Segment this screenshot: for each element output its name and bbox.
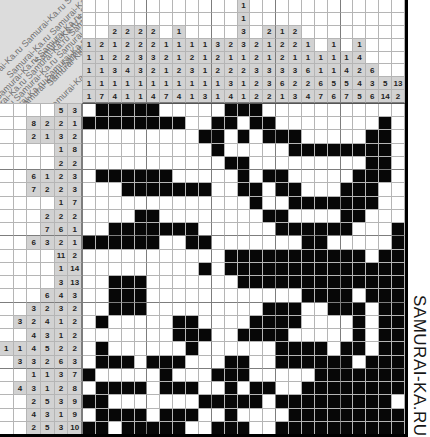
grid-cell[interactable] <box>341 130 354 143</box>
grid-cell[interactable] <box>160 104 173 117</box>
grid-cell[interactable] <box>109 316 122 329</box>
grid-cell[interactable] <box>263 104 276 117</box>
grid-cell[interactable] <box>96 329 109 342</box>
grid-cell[interactable] <box>147 223 160 236</box>
grid-cell[interactable] <box>379 157 392 170</box>
grid-cell[interactable] <box>96 117 109 130</box>
grid-cell[interactable] <box>353 263 366 276</box>
grid-cell[interactable] <box>328 422 341 435</box>
grid-cell[interactable] <box>379 276 392 289</box>
grid-cell[interactable] <box>96 250 109 263</box>
grid-cell[interactable] <box>122 303 135 316</box>
grid-cell[interactable] <box>212 130 225 143</box>
grid-cell[interactable] <box>199 210 212 223</box>
grid-cell[interactable] <box>147 395 160 408</box>
grid-cell[interactable] <box>315 104 328 117</box>
grid-cell[interactable] <box>315 197 328 210</box>
grid-cell[interactable] <box>379 197 392 210</box>
grid-cell[interactable] <box>341 144 354 157</box>
grid-cell[interactable] <box>186 395 199 408</box>
grid-cell[interactable] <box>238 170 251 183</box>
grid-cell[interactable] <box>160 356 173 369</box>
grid-cell[interactable] <box>379 144 392 157</box>
grid-cell[interactable] <box>276 356 289 369</box>
grid-cell[interactable] <box>238 183 251 196</box>
grid-cell[interactable] <box>147 369 160 382</box>
grid-cell[interactable] <box>366 157 379 170</box>
grid-cell[interactable] <box>122 329 135 342</box>
grid-cell[interactable] <box>122 104 135 117</box>
grid-cell[interactable] <box>315 342 328 355</box>
grid-cell[interactable] <box>238 329 251 342</box>
grid-cell[interactable] <box>83 197 96 210</box>
grid-cell[interactable] <box>366 422 379 435</box>
grid-cell[interactable] <box>96 303 109 316</box>
grid-cell[interactable] <box>83 409 96 422</box>
grid-cell[interactable] <box>392 303 405 316</box>
grid-cell[interactable] <box>289 170 302 183</box>
grid-cell[interactable] <box>83 250 96 263</box>
grid-cell[interactable] <box>302 303 315 316</box>
grid-cell[interactable] <box>366 342 379 355</box>
grid-cell[interactable] <box>147 236 160 249</box>
grid-cell[interactable] <box>328 356 341 369</box>
grid-cell[interactable] <box>289 382 302 395</box>
grid-cell[interactable] <box>109 422 122 435</box>
grid-cell[interactable] <box>302 356 315 369</box>
grid-cell[interactable] <box>109 130 122 143</box>
grid-cell[interactable] <box>135 263 148 276</box>
grid-cell[interactable] <box>341 342 354 355</box>
grid-cell[interactable] <box>379 382 392 395</box>
grid-cell[interactable] <box>186 303 199 316</box>
grid-cell[interactable] <box>83 276 96 289</box>
grid-cell[interactable] <box>366 369 379 382</box>
grid-cell[interactable] <box>212 289 225 302</box>
grid-cell[interactable] <box>238 210 251 223</box>
grid-cell[interactable] <box>341 276 354 289</box>
grid-cell[interactable] <box>238 422 251 435</box>
grid-cell[interactable] <box>250 183 263 196</box>
grid-cell[interactable] <box>263 329 276 342</box>
grid-cell[interactable] <box>225 369 238 382</box>
grid-cell[interactable] <box>212 395 225 408</box>
grid-cell[interactable] <box>392 197 405 210</box>
grid-cell[interactable] <box>238 263 251 276</box>
grid-cell[interactable] <box>289 250 302 263</box>
grid-cell[interactable] <box>122 117 135 130</box>
grid-cell[interactable] <box>289 356 302 369</box>
grid-cell[interactable] <box>109 263 122 276</box>
grid-cell[interactable] <box>135 144 148 157</box>
grid-cell[interactable] <box>173 117 186 130</box>
grid-cell[interactable] <box>147 276 160 289</box>
grid-cell[interactable] <box>96 356 109 369</box>
grid-cell[interactable] <box>173 329 186 342</box>
grid-cell[interactable] <box>289 409 302 422</box>
grid-cell[interactable] <box>96 395 109 408</box>
grid-cell[interactable] <box>173 250 186 263</box>
grid-cell[interactable] <box>212 316 225 329</box>
grid-cell[interactable] <box>328 197 341 210</box>
grid-cell[interactable] <box>353 356 366 369</box>
grid-cell[interactable] <box>160 289 173 302</box>
grid-cell[interactable] <box>341 223 354 236</box>
grid-cell[interactable] <box>109 356 122 369</box>
grid-cell[interactable] <box>276 250 289 263</box>
grid-cell[interactable] <box>302 289 315 302</box>
grid-cell[interactable] <box>147 197 160 210</box>
grid-cell[interactable] <box>302 170 315 183</box>
grid-cell[interactable] <box>353 210 366 223</box>
grid-cell[interactable] <box>135 170 148 183</box>
grid-cell[interactable] <box>289 197 302 210</box>
grid-cell[interactable] <box>225 197 238 210</box>
grid-cell[interactable] <box>147 130 160 143</box>
grid-cell[interactable] <box>199 197 212 210</box>
grid-cell[interactable] <box>379 250 392 263</box>
grid-cell[interactable] <box>147 289 160 302</box>
grid-cell[interactable] <box>135 289 148 302</box>
grid-cell[interactable] <box>328 303 341 316</box>
grid-cell[interactable] <box>83 263 96 276</box>
grid-cell[interactable] <box>135 382 148 395</box>
grid-cell[interactable] <box>366 289 379 302</box>
grid-cell[interactable] <box>160 210 173 223</box>
grid-cell[interactable] <box>160 130 173 143</box>
grid-cell[interactable] <box>160 303 173 316</box>
grid-cell[interactable] <box>392 170 405 183</box>
grid-cell[interactable] <box>238 236 251 249</box>
grid-cell[interactable] <box>250 117 263 130</box>
grid-cell[interactable] <box>328 395 341 408</box>
grid-cell[interactable] <box>160 223 173 236</box>
grid-cell[interactable] <box>96 183 109 196</box>
grid-cell[interactable] <box>83 303 96 316</box>
grid-cell[interactable] <box>160 250 173 263</box>
grid-cell[interactable] <box>173 409 186 422</box>
grid-cell[interactable] <box>160 395 173 408</box>
grid-cell[interactable] <box>173 356 186 369</box>
grid-cell[interactable] <box>328 144 341 157</box>
grid-cell[interactable] <box>366 144 379 157</box>
grid-cell[interactable] <box>353 197 366 210</box>
grid-cell[interactable] <box>160 422 173 435</box>
grid-cell[interactable] <box>212 183 225 196</box>
grid-cell[interactable] <box>250 369 263 382</box>
grid-cell[interactable] <box>147 409 160 422</box>
grid-cell[interactable] <box>225 289 238 302</box>
grid-cell[interactable] <box>238 342 251 355</box>
grid-cell[interactable] <box>289 263 302 276</box>
grid-cell[interactable] <box>199 104 212 117</box>
grid-cell[interactable] <box>341 316 354 329</box>
grid-cell[interactable] <box>122 223 135 236</box>
grid-cell[interactable] <box>341 422 354 435</box>
grid-cell[interactable] <box>225 356 238 369</box>
grid-cell[interactable] <box>250 409 263 422</box>
grid-cell[interactable] <box>173 223 186 236</box>
grid-cell[interactable] <box>122 395 135 408</box>
grid-cell[interactable] <box>186 276 199 289</box>
grid-cell[interactable] <box>353 236 366 249</box>
grid-cell[interactable] <box>212 342 225 355</box>
grid-cell[interactable] <box>341 395 354 408</box>
grid-cell[interactable] <box>289 395 302 408</box>
grid-cell[interactable] <box>263 369 276 382</box>
grid-cell[interactable] <box>379 409 392 422</box>
grid-cell[interactable] <box>199 223 212 236</box>
grid-cell[interactable] <box>160 263 173 276</box>
grid-cell[interactable] <box>302 197 315 210</box>
grid-cell[interactable] <box>341 170 354 183</box>
grid-cell[interactable] <box>341 104 354 117</box>
grid-cell[interactable] <box>238 356 251 369</box>
grid-cell[interactable] <box>212 144 225 157</box>
grid-cell[interactable] <box>212 382 225 395</box>
grid-cell[interactable] <box>328 117 341 130</box>
grid-cell[interactable] <box>109 329 122 342</box>
grid-cell[interactable] <box>276 183 289 196</box>
grid-cell[interactable] <box>302 422 315 435</box>
grid-cell[interactable] <box>225 303 238 316</box>
grid-cell[interactable] <box>238 117 251 130</box>
grid-cell[interactable] <box>225 276 238 289</box>
grid-cell[interactable] <box>122 144 135 157</box>
grid-cell[interactable] <box>250 422 263 435</box>
grid-cell[interactable] <box>225 329 238 342</box>
grid-cell[interactable] <box>83 144 96 157</box>
grid-cell[interactable] <box>302 144 315 157</box>
grid-cell[interactable] <box>392 144 405 157</box>
grid-cell[interactable] <box>263 263 276 276</box>
grid-cell[interactable] <box>160 329 173 342</box>
grid-cell[interactable] <box>225 130 238 143</box>
grid-cell[interactable] <box>122 183 135 196</box>
grid-cell[interactable] <box>366 223 379 236</box>
grid-cell[interactable] <box>122 236 135 249</box>
grid-cell[interactable] <box>366 170 379 183</box>
grid-cell[interactable] <box>212 223 225 236</box>
grid-cell[interactable] <box>250 223 263 236</box>
grid-cell[interactable] <box>147 356 160 369</box>
grid-cell[interactable] <box>263 144 276 157</box>
grid-cell[interactable] <box>366 250 379 263</box>
grid-cell[interactable] <box>341 329 354 342</box>
grid-cell[interactable] <box>173 289 186 302</box>
grid-cell[interactable] <box>379 316 392 329</box>
grid-cell[interactable] <box>276 382 289 395</box>
grid-cell[interactable] <box>341 289 354 302</box>
grid-cell[interactable] <box>199 263 212 276</box>
grid-cell[interactable] <box>212 356 225 369</box>
grid-cell[interactable] <box>83 369 96 382</box>
grid-cell[interactable] <box>212 329 225 342</box>
grid-cell[interactable] <box>289 183 302 196</box>
grid-cell[interactable] <box>315 263 328 276</box>
grid-cell[interactable] <box>289 223 302 236</box>
grid-cell[interactable] <box>341 236 354 249</box>
grid-cell[interactable] <box>250 316 263 329</box>
grid-cell[interactable] <box>109 223 122 236</box>
grid-cell[interactable] <box>276 104 289 117</box>
grid-cell[interactable] <box>392 236 405 249</box>
grid-cell[interactable] <box>109 276 122 289</box>
grid-cell[interactable] <box>160 409 173 422</box>
grid-cell[interactable] <box>366 316 379 329</box>
grid-cell[interactable] <box>238 316 251 329</box>
grid-cell[interactable] <box>328 210 341 223</box>
grid-cell[interactable] <box>109 409 122 422</box>
grid-cell[interactable] <box>147 183 160 196</box>
grid-cell[interactable] <box>302 223 315 236</box>
grid-cell[interactable] <box>315 422 328 435</box>
grid-cell[interactable] <box>353 276 366 289</box>
grid-cell[interactable] <box>392 276 405 289</box>
grid-cell[interactable] <box>302 104 315 117</box>
grid-cell[interactable] <box>379 342 392 355</box>
grid-cell[interactable] <box>212 170 225 183</box>
grid-cell[interactable] <box>328 104 341 117</box>
grid-cell[interactable] <box>147 157 160 170</box>
grid-cell[interactable] <box>379 356 392 369</box>
grid-cell[interactable] <box>96 157 109 170</box>
grid-cell[interactable] <box>366 104 379 117</box>
grid-cell[interactable] <box>96 382 109 395</box>
grid-cell[interactable] <box>199 342 212 355</box>
grid-cell[interactable] <box>289 289 302 302</box>
grid-cell[interactable] <box>147 117 160 130</box>
grid-cell[interactable] <box>96 236 109 249</box>
grid-cell[interactable] <box>315 130 328 143</box>
grid-cell[interactable] <box>199 422 212 435</box>
grid-cell[interactable] <box>173 157 186 170</box>
grid-cell[interactable] <box>353 250 366 263</box>
grid-cell[interactable] <box>109 210 122 223</box>
grid-cell[interactable] <box>315 210 328 223</box>
grid-cell[interactable] <box>212 197 225 210</box>
grid-cell[interactable] <box>122 276 135 289</box>
grid-cell[interactable] <box>379 303 392 316</box>
grid-cell[interactable] <box>315 329 328 342</box>
grid-cell[interactable] <box>302 316 315 329</box>
grid-cell[interactable] <box>147 144 160 157</box>
grid-cell[interactable] <box>83 210 96 223</box>
grid-cell[interactable] <box>250 263 263 276</box>
grid-cell[interactable] <box>328 170 341 183</box>
grid-cell[interactable] <box>276 263 289 276</box>
grid-cell[interactable] <box>328 263 341 276</box>
grid-cell[interactable] <box>199 276 212 289</box>
grid-cell[interactable] <box>289 157 302 170</box>
grid-cell[interactable] <box>199 183 212 196</box>
grid-cell[interactable] <box>276 130 289 143</box>
grid-cell[interactable] <box>238 223 251 236</box>
grid-cell[interactable] <box>122 289 135 302</box>
grid-cell[interactable] <box>289 369 302 382</box>
grid-cell[interactable] <box>392 263 405 276</box>
grid-cell[interactable] <box>96 144 109 157</box>
grid-cell[interactable] <box>135 303 148 316</box>
grid-cell[interactable] <box>315 144 328 157</box>
grid-cell[interactable] <box>199 117 212 130</box>
grid-cell[interactable] <box>212 409 225 422</box>
grid-cell[interactable] <box>250 210 263 223</box>
grid-cell[interactable] <box>302 342 315 355</box>
grid-cell[interactable] <box>173 395 186 408</box>
grid-cell[interactable] <box>379 130 392 143</box>
grid-cell[interactable] <box>96 197 109 210</box>
grid-cell[interactable] <box>135 276 148 289</box>
grid-cell[interactable] <box>186 369 199 382</box>
grid-cell[interactable] <box>109 104 122 117</box>
grid-cell[interactable] <box>289 422 302 435</box>
grid-cell[interactable] <box>199 130 212 143</box>
grid-cell[interactable] <box>366 236 379 249</box>
grid-cell[interactable] <box>135 250 148 263</box>
grid-cell[interactable] <box>263 170 276 183</box>
grid-cell[interactable] <box>173 369 186 382</box>
grid-cell[interactable] <box>250 289 263 302</box>
grid-cell[interactable] <box>109 395 122 408</box>
grid-cell[interactable] <box>276 369 289 382</box>
grid-cell[interactable] <box>302 329 315 342</box>
grid-cell[interactable] <box>238 409 251 422</box>
grid-cell[interactable] <box>135 316 148 329</box>
grid-cell[interactable] <box>328 369 341 382</box>
grid-cell[interactable] <box>135 409 148 422</box>
grid-cell[interactable] <box>83 382 96 395</box>
grid-cell[interactable] <box>263 276 276 289</box>
grid-cell[interactable] <box>225 395 238 408</box>
grid-cell[interactable] <box>302 395 315 408</box>
grid-cell[interactable] <box>341 197 354 210</box>
grid-cell[interactable] <box>173 197 186 210</box>
grid-cell[interactable] <box>186 289 199 302</box>
grid-cell[interactable] <box>173 236 186 249</box>
grid-cell[interactable] <box>353 170 366 183</box>
grid-cell[interactable] <box>225 223 238 236</box>
grid-cell[interactable] <box>366 382 379 395</box>
grid-cell[interactable] <box>109 144 122 157</box>
grid-cell[interactable] <box>186 130 199 143</box>
grid-cell[interactable] <box>341 250 354 263</box>
grid-cell[interactable] <box>263 409 276 422</box>
grid-cell[interactable] <box>392 329 405 342</box>
grid-cell[interactable] <box>122 409 135 422</box>
grid-cell[interactable] <box>250 104 263 117</box>
grid-cell[interactable] <box>315 303 328 316</box>
grid-cell[interactable] <box>353 395 366 408</box>
grid-cell[interactable] <box>315 117 328 130</box>
grid-cell[interactable] <box>353 223 366 236</box>
grid-cell[interactable] <box>135 422 148 435</box>
grid-cell[interactable] <box>328 342 341 355</box>
grid-cell[interactable] <box>212 117 225 130</box>
grid-cell[interactable] <box>238 144 251 157</box>
grid-cell[interactable] <box>135 223 148 236</box>
grid-cell[interactable] <box>366 183 379 196</box>
grid-cell[interactable] <box>392 422 405 435</box>
grid-cell[interactable] <box>173 130 186 143</box>
grid-cell[interactable] <box>147 422 160 435</box>
grid-cell[interactable] <box>250 250 263 263</box>
grid-cell[interactable] <box>135 183 148 196</box>
grid-cell[interactable] <box>83 342 96 355</box>
grid-cell[interactable] <box>212 250 225 263</box>
grid-cell[interactable] <box>109 289 122 302</box>
grid-cell[interactable] <box>302 409 315 422</box>
